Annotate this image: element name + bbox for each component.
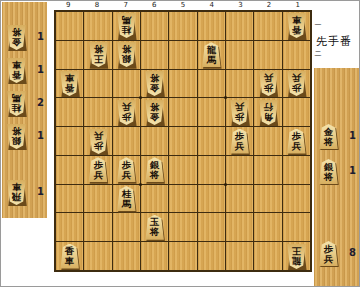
square-7-3[interactable] — [113, 70, 140, 98]
piece-kanji: 龍 — [207, 45, 216, 55]
piece-kanji: 兵 — [235, 102, 244, 112]
piece-kanji: 金 — [150, 112, 159, 122]
square-2-9[interactable] — [254, 242, 281, 270]
piece-kanji: 将 — [12, 127, 21, 137]
sente-captured-stand: 金将1銀将1歩兵8 — [314, 68, 359, 287]
square-9-8[interactable] — [56, 213, 83, 241]
sente-silver-piece[interactable]: 銀将 — [318, 159, 339, 184]
square-8-7[interactable] — [84, 185, 111, 213]
piece-kanji: 将 — [150, 170, 159, 180]
square-5-1[interactable] — [169, 12, 196, 40]
file-label-2: 2 — [255, 1, 284, 10]
square-4-9[interactable] — [198, 242, 225, 270]
piece-kanji: 兵 — [292, 73, 301, 83]
square-2-6[interactable] — [254, 156, 281, 184]
gote-hand-silver: 銀将1 — [2, 124, 47, 151]
square-4-4[interactable] — [198, 98, 225, 126]
shogi-app-window: 金将1香車1桂馬2銀将1飛車1 987654321 一二三四五六七八九 先手番 … — [0, 0, 360, 287]
piece-kanji: 歩 — [93, 141, 102, 151]
file-label-9: 9 — [54, 1, 83, 10]
file-label-4: 4 — [197, 1, 226, 10]
piece-kanji: 歩 — [292, 131, 301, 141]
gote-hand-gold-count: 1 — [37, 31, 44, 42]
piece-kanji: 行 — [263, 102, 272, 112]
square-6-7[interactable] — [141, 185, 168, 213]
square-3-2[interactable] — [226, 41, 253, 69]
sente-hand-silver: 銀将1 — [314, 159, 359, 186]
square-4-8[interactable] — [198, 213, 225, 241]
star-point — [224, 183, 227, 186]
piece-kanji: 馬 — [122, 16, 131, 26]
square-8-4[interactable] — [84, 98, 111, 126]
square-5-9[interactable] — [169, 242, 196, 270]
sente-hand-gold-count: 1 — [349, 130, 356, 141]
gote-hand-knight-count: 2 — [37, 97, 44, 108]
square-5-4[interactable] — [169, 98, 196, 126]
piece-kanji: 将 — [12, 28, 21, 38]
square-4-3[interactable] — [198, 70, 225, 98]
sente-hand-gold: 金将1 — [314, 124, 359, 151]
gote-captured-stand: 金将1香車1桂馬2銀将1飛車1 — [2, 2, 47, 218]
piece-kanji: 王 — [292, 246, 301, 256]
file-label-3: 3 — [226, 1, 255, 10]
piece-kanji: 金 — [12, 38, 21, 48]
sente-hand-pawn-count: 8 — [349, 247, 356, 258]
piece-kanji: 桂 — [12, 104, 21, 114]
piece-kanji: 兵 — [122, 102, 131, 112]
square-9-2[interactable] — [56, 41, 83, 69]
square-5-3[interactable] — [169, 70, 196, 98]
gote-hand-rook-count: 1 — [37, 186, 44, 197]
square-8-1[interactable] — [84, 12, 111, 40]
square-4-6[interactable] — [198, 156, 225, 184]
square-4-7[interactable] — [198, 185, 225, 213]
piece-kanji: 歩 — [122, 112, 131, 122]
piece-kanji: 将 — [122, 45, 131, 55]
square-5-5[interactable] — [169, 127, 196, 155]
sente-pawn-piece[interactable]: 歩兵 — [318, 241, 339, 266]
piece-kanji: 歩 — [235, 131, 244, 141]
square-7-5[interactable] — [113, 127, 140, 155]
piece-kanji: 角 — [263, 112, 272, 122]
piece-kanji: 兵 — [93, 131, 102, 141]
gote-hand-silver-count: 1 — [37, 130, 44, 141]
piece-kanji: 兵 — [263, 73, 272, 83]
piece-kanji: 馬 — [207, 55, 216, 65]
square-1-6[interactable] — [283, 156, 310, 184]
piece-kanji: 将 — [150, 102, 159, 112]
square-3-3[interactable] — [226, 70, 253, 98]
square-3-8[interactable] — [226, 213, 253, 241]
square-8-9[interactable] — [84, 242, 111, 270]
piece-kanji: 香 — [292, 26, 301, 36]
gote-hand-lance: 香車1 — [2, 58, 47, 85]
gote-hand-lance-count: 1 — [37, 64, 44, 75]
piece-kanji: 歩 — [263, 83, 272, 93]
piece-kanji: 歩 — [292, 83, 301, 93]
file-label-6: 6 — [140, 1, 169, 10]
square-2-8[interactable] — [254, 213, 281, 241]
square-4-1[interactable] — [198, 12, 225, 40]
gote-hand-rook: 飛車1 — [2, 180, 47, 207]
star-point — [139, 183, 142, 186]
square-9-6[interactable] — [56, 156, 83, 184]
piece-kanji: 金 — [324, 127, 333, 137]
piece-kanji: 金 — [150, 83, 159, 93]
square-4-5[interactable] — [198, 127, 225, 155]
square-6-2[interactable] — [141, 41, 168, 69]
piece-kanji: 香 — [65, 83, 74, 93]
square-9-7[interactable] — [56, 185, 83, 213]
square-7-8[interactable] — [113, 213, 140, 241]
piece-kanji: 銀 — [12, 137, 21, 147]
square-9-5[interactable] — [56, 127, 83, 155]
square-1-8[interactable] — [283, 213, 310, 241]
piece-kanji: 兵 — [122, 170, 131, 180]
piece-kanji: 銀 — [324, 162, 333, 172]
square-2-2[interactable] — [254, 41, 281, 69]
square-2-7[interactable] — [254, 185, 281, 213]
piece-kanji: 兵 — [235, 141, 244, 151]
piece-kanji: 歩 — [235, 112, 244, 122]
piece-kanji: 将 — [324, 172, 333, 182]
piece-kanji: 車 — [292, 16, 301, 26]
piece-kanji: 将 — [93, 45, 102, 55]
file-label-8: 8 — [83, 1, 112, 10]
piece-kanji: 王 — [93, 55, 102, 65]
square-6-9[interactable] — [141, 242, 168, 270]
square-9-1[interactable] — [56, 12, 83, 40]
piece-kanji: 歩 — [324, 244, 333, 254]
square-8-3[interactable] — [84, 70, 111, 98]
piece-kanji: 玉 — [150, 217, 159, 227]
square-1-4[interactable] — [283, 98, 310, 126]
square-6-5[interactable] — [141, 127, 168, 155]
turn-indicator: 先手番 — [316, 34, 360, 49]
gote-hand-gold: 金将1 — [2, 25, 47, 52]
piece-kanji: 飛 — [12, 193, 21, 203]
piece-kanji: 兵 — [93, 170, 102, 180]
file-label-1: 1 — [283, 1, 312, 10]
piece-kanji: 歩 — [93, 160, 102, 170]
square-3-9[interactable] — [226, 242, 253, 270]
piece-kanji: 桂 — [122, 189, 131, 199]
square-3-6[interactable] — [226, 156, 253, 184]
square-5-8[interactable] — [169, 213, 196, 241]
gote-hand-knight: 桂馬2 — [2, 91, 47, 118]
square-7-9[interactable] — [113, 242, 140, 270]
piece-kanji: 銀 — [122, 55, 131, 65]
piece-kanji: 馬 — [12, 94, 21, 104]
square-5-6[interactable] — [169, 156, 196, 184]
piece-kanji: 将 — [150, 227, 159, 237]
square-6-1[interactable] — [141, 12, 168, 40]
piece-kanji: 桂 — [122, 26, 131, 36]
square-1-2[interactable] — [283, 41, 310, 69]
piece-kanji: 将 — [324, 137, 333, 147]
square-3-7[interactable] — [226, 185, 253, 213]
sente-hand-pawn: 歩兵8 — [314, 241, 359, 268]
piece-kanji: 車 — [65, 73, 74, 83]
piece-kanji: 歩 — [122, 160, 131, 170]
piece-kanji: 香 — [65, 246, 74, 256]
square-5-2[interactable] — [169, 41, 196, 69]
piece-kanji: 車 — [65, 256, 74, 266]
piece-kanji: 兵 — [324, 254, 333, 264]
piece-kanji: 兵 — [292, 141, 301, 151]
square-2-5[interactable] — [254, 127, 281, 155]
square-1-7[interactable] — [283, 185, 310, 213]
square-2-1[interactable] — [254, 12, 281, 40]
piece-kanji: 将 — [150, 73, 159, 83]
square-5-7[interactable] — [169, 185, 196, 213]
piece-kanji: 車 — [12, 61, 21, 71]
piece-kanji: 馬 — [122, 199, 131, 209]
square-8-8[interactable] — [84, 213, 111, 241]
sente-hand-silver-count: 1 — [349, 165, 356, 176]
sente-gold-piece[interactable]: 金将 — [318, 124, 339, 149]
file-label-5: 5 — [169, 1, 198, 10]
square-3-1[interactable] — [226, 12, 253, 40]
piece-kanji: 銀 — [150, 160, 159, 170]
square-9-4[interactable] — [56, 98, 83, 126]
piece-kanji: 香 — [12, 71, 21, 81]
piece-kanji: 龍 — [292, 256, 301, 266]
file-label-7: 7 — [111, 1, 140, 10]
file-labels: 987654321 — [54, 1, 312, 10]
piece-kanji: 車 — [12, 183, 21, 193]
